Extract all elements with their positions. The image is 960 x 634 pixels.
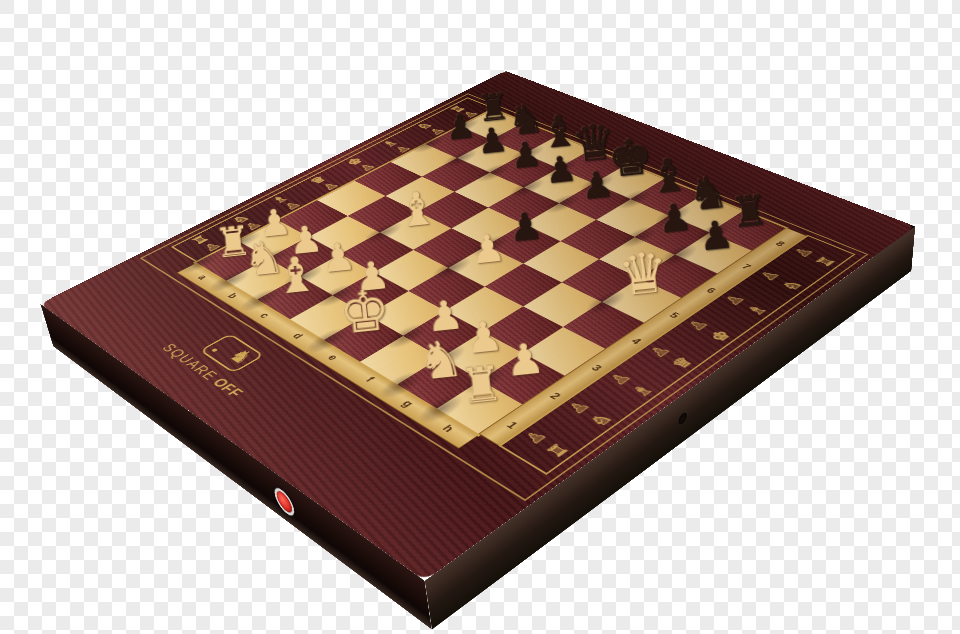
- piece-white-bishop-c4: ♝: [386, 184, 449, 236]
- tray-bishop-outline-icon: ♝: [628, 382, 656, 399]
- piece-white-queen-h5: ♛: [608, 243, 678, 306]
- brand-word-square: SQUARE: [158, 341, 222, 383]
- tray-pawn-outline-icon: ♟: [606, 370, 633, 387]
- tray-knight-outline-icon: ♞: [414, 121, 435, 131]
- tray-rook-outline-icon: ♜: [543, 441, 572, 460]
- square-e7: ♟: [559, 183, 630, 219]
- piece-white-pawn-e4: ♟: [455, 227, 520, 271]
- tray-queen-outline-icon: ♛: [668, 354, 695, 370]
- tray-pawn-outline-icon: ♟: [790, 245, 815, 258]
- piece-white-rook-h1: ♜: [445, 358, 519, 413]
- tray-knight-outline-icon: ♞: [587, 411, 615, 429]
- connector-port: [678, 411, 687, 427]
- brand-word-off: OFF: [208, 376, 246, 401]
- tray-knight-outline-icon: ♞: [779, 278, 805, 292]
- tray-pawn-outline-icon: ♟: [756, 269, 782, 283]
- tray-king-outline-icon: ♚: [706, 328, 733, 343]
- piece-black-pawn-e7: ♟: [567, 164, 628, 206]
- square-h5: ♛: [602, 278, 681, 323]
- piece-black-pawn-h7: ♟: [683, 213, 748, 258]
- transparency-checker-background: ♜♞♝♛♚♝♞♜♟♟♟♟♟♟♟♟ abcdefgh ♜♟♟♜♞♟♟♞♝♟♝♟♝♟…: [0, 0, 960, 634]
- piece-white-king-e1: ♚: [329, 281, 399, 344]
- logo-knight-glyph: ♞: [224, 346, 259, 367]
- scene-perspective: ♜♞♝♛♚♝♞♜♟♟♟♟♟♟♟♟ abcdefgh ♜♟♟♜♞♟♟♞♝♟♝♟♝♟…: [0, 0, 960, 634]
- tray-bishop-outline-icon: ♝: [743, 303, 769, 318]
- power-button: [272, 483, 296, 520]
- piece-white-bishop-c1: ♝: [263, 248, 329, 302]
- square-off-board: ♜♞♝♛♚♝♞♜♟♟♟♟♟♟♟♟ abcdefgh ♜♟♟♜♞♟♟♞♝♟♝♟♝♟…: [40, 71, 915, 581]
- tray-rook-outline-icon: ♜: [813, 255, 839, 269]
- logo-dot: [211, 348, 218, 352]
